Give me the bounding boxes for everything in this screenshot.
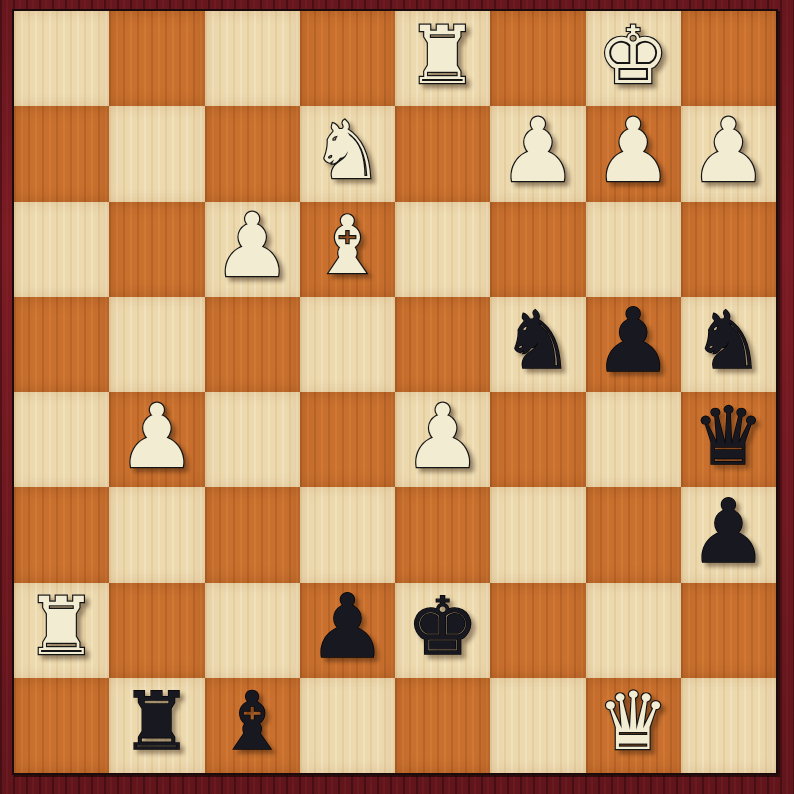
square-h3[interactable]: ♟ (681, 487, 776, 582)
square-e4[interactable]: ♟ (395, 392, 490, 487)
square-f8[interactable] (490, 11, 585, 106)
square-a1[interactable] (14, 678, 109, 773)
piece-black-knight: ♞ (693, 301, 765, 381)
piece-black-knight: ♞ (502, 301, 574, 381)
square-c3[interactable] (205, 487, 300, 582)
chess-board: ♜♚♞♟♟♟♟♝♞♟♞♟♟♛♟♜♟♚♜♝♛ (12, 9, 778, 775)
square-f5[interactable]: ♞ (490, 297, 585, 392)
piece-white-rook: ♜ (407, 16, 479, 96)
square-b4[interactable]: ♟ (109, 392, 204, 487)
square-f7[interactable]: ♟ (490, 106, 585, 201)
square-h2[interactable] (681, 583, 776, 678)
square-e6[interactable] (395, 202, 490, 297)
square-f3[interactable] (490, 487, 585, 582)
piece-white-pawn: ♟ (403, 393, 482, 481)
square-b6[interactable] (109, 202, 204, 297)
piece-white-pawn: ♟ (117, 393, 196, 481)
piece-white-pawn: ♟ (689, 107, 768, 195)
square-d7[interactable]: ♞ (300, 106, 395, 201)
square-a5[interactable] (14, 297, 109, 392)
square-g8[interactable]: ♚ (586, 11, 681, 106)
square-d2[interactable]: ♟ (300, 583, 395, 678)
square-a6[interactable] (14, 202, 109, 297)
square-a2[interactable]: ♜ (14, 583, 109, 678)
piece-white-king: ♚ (597, 16, 669, 96)
piece-white-pawn: ♟ (594, 107, 673, 195)
square-g1[interactable]: ♛ (586, 678, 681, 773)
square-h4[interactable]: ♛ (681, 392, 776, 487)
square-d8[interactable] (300, 11, 395, 106)
square-g3[interactable] (586, 487, 681, 582)
piece-black-queen: ♛ (693, 397, 765, 477)
square-e3[interactable] (395, 487, 490, 582)
piece-black-rook: ♜ (121, 682, 193, 762)
square-b3[interactable] (109, 487, 204, 582)
square-c8[interactable] (205, 11, 300, 106)
square-c2[interactable] (205, 583, 300, 678)
piece-white-pawn: ♟ (213, 202, 292, 290)
piece-black-pawn: ♟ (308, 583, 387, 671)
square-d3[interactable] (300, 487, 395, 582)
square-e1[interactable] (395, 678, 490, 773)
square-c6[interactable]: ♟ (205, 202, 300, 297)
square-b7[interactable] (109, 106, 204, 201)
square-f1[interactable] (490, 678, 585, 773)
piece-black-pawn: ♟ (689, 488, 768, 576)
square-g7[interactable]: ♟ (586, 106, 681, 201)
square-b5[interactable] (109, 297, 204, 392)
square-g4[interactable] (586, 392, 681, 487)
square-g6[interactable] (586, 202, 681, 297)
piece-white-knight: ♞ (312, 111, 384, 191)
square-h6[interactable] (681, 202, 776, 297)
square-d5[interactable] (300, 297, 395, 392)
square-a3[interactable] (14, 487, 109, 582)
square-e7[interactable] (395, 106, 490, 201)
square-g2[interactable] (586, 583, 681, 678)
square-e2[interactable]: ♚ (395, 583, 490, 678)
square-e5[interactable] (395, 297, 490, 392)
square-f4[interactable] (490, 392, 585, 487)
piece-white-pawn: ♟ (498, 107, 577, 195)
square-c1[interactable]: ♝ (205, 678, 300, 773)
square-b8[interactable] (109, 11, 204, 106)
square-d1[interactable] (300, 678, 395, 773)
square-h7[interactable]: ♟ (681, 106, 776, 201)
square-d4[interactable] (300, 392, 395, 487)
square-a7[interactable] (14, 106, 109, 201)
square-c4[interactable] (205, 392, 300, 487)
square-h5[interactable]: ♞ (681, 297, 776, 392)
square-f2[interactable] (490, 583, 585, 678)
square-g5[interactable]: ♟ (586, 297, 681, 392)
piece-white-bishop: ♝ (312, 206, 384, 286)
square-c7[interactable] (205, 106, 300, 201)
chess-diagram: ♜♚♞♟♟♟♟♝♞♟♞♟♟♛♟♜♟♚♜♝♛ (0, 0, 794, 794)
piece-black-pawn: ♟ (594, 297, 673, 385)
square-h1[interactable] (681, 678, 776, 773)
square-a8[interactable] (14, 11, 109, 106)
square-e8[interactable]: ♜ (395, 11, 490, 106)
square-b2[interactable] (109, 583, 204, 678)
piece-white-queen: ♛ (597, 682, 669, 762)
square-a4[interactable] (14, 392, 109, 487)
square-h8[interactable] (681, 11, 776, 106)
piece-white-rook: ♜ (26, 587, 98, 667)
piece-black-bishop: ♝ (216, 682, 288, 762)
square-d6[interactable]: ♝ (300, 202, 395, 297)
square-f6[interactable] (490, 202, 585, 297)
piece-black-king: ♚ (407, 587, 479, 667)
square-b1[interactable]: ♜ (109, 678, 204, 773)
square-c5[interactable] (205, 297, 300, 392)
